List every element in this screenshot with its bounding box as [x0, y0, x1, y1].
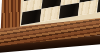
- board-photo-layer: [0, 0, 100, 56]
- board-square-light: [78, 0, 99, 16]
- board-square-dark: [97, 0, 100, 12]
- board-square-dark: [21, 9, 42, 26]
- chessboard-photo: [0, 0, 100, 56]
- board-square-light: [40, 5, 61, 22]
- board-square-dark: [59, 2, 80, 19]
